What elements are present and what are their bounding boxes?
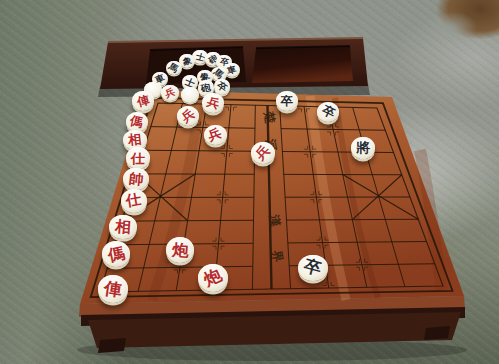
- red-character: 兵: [253, 143, 272, 162]
- piece-red-cannon[interactable]: 炮: [166, 237, 195, 263]
- piece-red-chariot[interactable]: 俥: [132, 91, 153, 110]
- piece-red-chariot[interactable]: 俥: [98, 275, 129, 303]
- black-character: 車: [226, 65, 237, 76]
- red-character: 帥: [128, 171, 144, 186]
- piece-red-soldier[interactable]: 兵: [204, 125, 227, 146]
- piece-black-horse[interactable]: 馬: [166, 61, 182, 75]
- piece-black-soldier[interactable]: 卒: [317, 102, 339, 122]
- red-character: 兵: [164, 87, 177, 99]
- red-character: 相: [128, 133, 143, 147]
- piece-red-soldier[interactable]: 兵: [202, 93, 223, 112]
- red-character: 仕: [125, 192, 143, 209]
- black-character: 象: [182, 56, 192, 66]
- piece-red-cannon[interactable]: 炮: [198, 264, 228, 291]
- black-character: 卒: [303, 258, 324, 278]
- black-character: 砲: [200, 83, 211, 94]
- piece-black-soldier[interactable]: 卒: [214, 79, 231, 94]
- piece-black-soldier[interactable]: 卒: [298, 255, 328, 282]
- pieces-layer: 士砲象卒馬車馬象車士卒砲兵俥卒兵卒兵傌兵相將兵仕帥仕相炮傌卒炮俥: [0, 0, 499, 364]
- red-character: 俥: [103, 279, 123, 298]
- black-character: 卒: [320, 104, 337, 120]
- piece-red-horse[interactable]: 傌: [102, 241, 131, 267]
- red-character: 兵: [207, 127, 224, 143]
- red-character: 兵: [179, 107, 196, 124]
- red-character: 相: [114, 219, 131, 235]
- piece-red-soldier[interactable]: 兵: [161, 85, 178, 101]
- piece-red-horse[interactable]: 傌: [126, 112, 148, 132]
- piece-black-soldier[interactable]: 卒: [276, 91, 297, 110]
- piece-red-soldier[interactable]: 兵: [177, 106, 199, 126]
- red-character: 兵: [205, 95, 220, 110]
- black-character: 將: [356, 141, 370, 154]
- red-character: 仕: [131, 151, 145, 164]
- piece-red-general[interactable]: 帥: [123, 168, 148, 191]
- red-character: 傌: [106, 244, 126, 263]
- piece-red-elephant[interactable]: 相: [109, 215, 137, 240]
- piece-red-advisor[interactable]: 仕: [121, 189, 147, 213]
- piece-black-general[interactable]: 將: [351, 137, 375, 158]
- black-character: 馬: [168, 62, 180, 74]
- red-character: 傌: [129, 115, 144, 130]
- black-character: 卒: [281, 95, 293, 107]
- red-character: 俥: [135, 94, 150, 109]
- black-character: 士: [195, 52, 206, 62]
- piece-tilted-piece[interactable]: [181, 87, 198, 103]
- piece-red-advisor[interactable]: 仕: [126, 147, 150, 169]
- piece-red-soldier[interactable]: 兵: [251, 142, 275, 164]
- xiangqi-photo-scene: 楚河漢界 士砲象卒馬車馬象車士卒砲兵俥卒兵卒兵傌兵相將兵仕帥仕相炮傌卒炮俥: [0, 0, 499, 364]
- black-character: 卒: [215, 80, 228, 93]
- red-character: 炮: [171, 241, 189, 258]
- red-character: 炮: [202, 267, 225, 289]
